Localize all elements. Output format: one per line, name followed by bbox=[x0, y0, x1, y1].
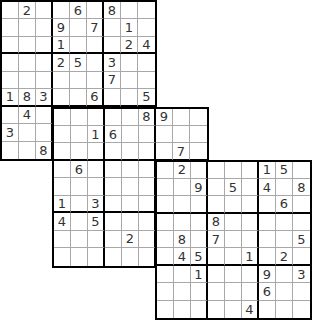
cell-middle-r1c9[interactable] bbox=[190, 109, 207, 126]
cell-middle-r3c9[interactable] bbox=[190, 143, 207, 160]
cell-bottom-right-r3c1[interactable] bbox=[157, 196, 174, 213]
cell-top-left-r6c7[interactable] bbox=[104, 89, 121, 106]
cell-bottom-right-r9c1[interactable] bbox=[157, 301, 174, 318]
cell-bottom-right-r4c6[interactable] bbox=[242, 214, 259, 231]
cell-middle-r2c4[interactable]: 6 bbox=[105, 126, 122, 143]
cell-middle-r7c2[interactable] bbox=[71, 213, 88, 230]
cell-top-left-r3c9[interactable]: 4 bbox=[138, 37, 155, 54]
cell-middle-r8c1[interactable] bbox=[54, 231, 71, 248]
cell-top-left-r7c3[interactable] bbox=[36, 107, 53, 124]
cell-bottom-right-r5c8[interactable] bbox=[276, 231, 293, 248]
cell-bottom-right-r8c4[interactable] bbox=[208, 283, 225, 300]
cell-middle-r1c8[interactable] bbox=[173, 109, 190, 126]
cell-middle-r7c3[interactable]: 5 bbox=[88, 213, 105, 230]
cell-bottom-right-r7c2[interactable] bbox=[174, 266, 191, 283]
cell-middle-r8c5[interactable]: 2 bbox=[122, 231, 139, 248]
cell-middle-r6c2[interactable] bbox=[71, 196, 88, 213]
cell-bottom-right-r6c3[interactable]: 5 bbox=[191, 248, 208, 265]
cell-middle-r5c4[interactable] bbox=[105, 178, 122, 195]
cell-middle-r8c2[interactable] bbox=[71, 231, 88, 248]
cell-top-left-r3c6[interactable] bbox=[87, 37, 104, 54]
cell-middle-r2c1[interactable] bbox=[54, 126, 71, 143]
cell-top-left-r5c2[interactable] bbox=[19, 72, 36, 89]
cell-bottom-right-r6c9[interactable] bbox=[293, 248, 310, 265]
cell-middle-r6c6[interactable] bbox=[139, 196, 156, 213]
cell-bottom-right-r7c3[interactable]: 1 bbox=[191, 266, 208, 283]
cell-bottom-right-r3c4[interactable] bbox=[208, 196, 225, 213]
cell-top-left-r2c9[interactable] bbox=[138, 19, 155, 36]
cell-bottom-right-r9c3[interactable] bbox=[191, 301, 208, 318]
cell-middle-r5c2[interactable] bbox=[71, 178, 88, 195]
cell-middle-r1c6[interactable]: 8 bbox=[139, 109, 156, 126]
cell-bottom-right-r8c5[interactable] bbox=[225, 283, 242, 300]
cell-bottom-right-r3c6[interactable] bbox=[242, 196, 259, 213]
cell-middle-r7c1[interactable]: 4 bbox=[54, 213, 71, 230]
cell-bottom-right-r3c3[interactable] bbox=[191, 196, 208, 213]
cell-top-left-r4c1[interactable] bbox=[2, 54, 19, 71]
cell-bottom-right-r8c7[interactable]: 6 bbox=[259, 283, 276, 300]
cell-top-left-r4c6[interactable] bbox=[87, 54, 104, 71]
cell-middle-r2c7[interactable] bbox=[156, 126, 173, 143]
cell-bottom-right-r2c4[interactable] bbox=[208, 179, 225, 196]
cell-top-left-r2c2[interactable] bbox=[19, 19, 36, 36]
cell-bottom-right-r2c9[interactable]: 8 bbox=[293, 179, 310, 196]
cell-middle-r2c3[interactable]: 1 bbox=[88, 126, 105, 143]
cell-top-left-r4c2[interactable] bbox=[19, 54, 36, 71]
cell-bottom-right-r4c2[interactable] bbox=[174, 214, 191, 231]
cell-middle-r6c3[interactable]: 3 bbox=[88, 196, 105, 213]
cell-bottom-right-r7c5[interactable] bbox=[225, 266, 242, 283]
cell-bottom-right-r9c5[interactable] bbox=[225, 301, 242, 318]
cell-middle-r9c3[interactable] bbox=[88, 248, 105, 265]
cell-top-left-r1c8[interactable] bbox=[121, 2, 138, 19]
cell-bottom-right-r4c9[interactable] bbox=[293, 214, 310, 231]
cell-top-left-r8c3[interactable] bbox=[36, 124, 53, 141]
cell-top-left-r1c7[interactable]: 8 bbox=[104, 2, 121, 19]
cell-top-left-r6c4[interactable] bbox=[53, 89, 70, 106]
cell-bottom-right-r5c2[interactable]: 8 bbox=[174, 231, 191, 248]
cell-top-left-r1c1[interactable] bbox=[2, 2, 19, 19]
cell-bottom-right-r3c2[interactable] bbox=[174, 196, 191, 213]
cell-top-left-r9c2[interactable] bbox=[19, 142, 36, 159]
cell-top-left-r6c6[interactable]: 6 bbox=[87, 89, 104, 106]
cell-top-left-r1c9[interactable] bbox=[138, 2, 155, 19]
cell-middle-r9c5[interactable] bbox=[122, 248, 139, 265]
cell-top-left-r4c4[interactable]: 2 bbox=[53, 54, 70, 71]
cell-middle-r6c5[interactable] bbox=[122, 196, 139, 213]
cell-bottom-right-r9c6[interactable]: 4 bbox=[242, 301, 259, 318]
cell-top-left-r2c7[interactable] bbox=[104, 19, 121, 36]
cell-top-left-r5c1[interactable] bbox=[2, 72, 19, 89]
cell-bottom-right-r9c8[interactable] bbox=[276, 301, 293, 318]
cell-top-left-r4c5[interactable]: 5 bbox=[70, 54, 87, 71]
cell-middle-r4c3[interactable] bbox=[88, 161, 105, 178]
cell-bottom-right-r8c6[interactable] bbox=[242, 283, 259, 300]
cell-top-left-r3c5[interactable] bbox=[70, 37, 87, 54]
cell-top-left-r1c3[interactable] bbox=[36, 2, 53, 19]
cell-bottom-right-r6c1[interactable] bbox=[157, 248, 174, 265]
cell-top-left-r2c8[interactable]: 1 bbox=[121, 19, 138, 36]
cell-bottom-right-r3c8[interactable]: 6 bbox=[276, 196, 293, 213]
cell-top-left-r7c2[interactable]: 4 bbox=[19, 107, 36, 124]
cell-top-left-r2c3[interactable] bbox=[36, 19, 53, 36]
cell-middle-r2c8[interactable] bbox=[173, 126, 190, 143]
cell-top-left-r2c4[interactable]: 9 bbox=[53, 19, 70, 36]
cell-bottom-right-r5c7[interactable] bbox=[259, 231, 276, 248]
cell-middle-r5c5[interactable] bbox=[122, 178, 139, 195]
cell-top-left-r8c2[interactable] bbox=[19, 124, 36, 141]
cell-bottom-right-r4c5[interactable] bbox=[225, 214, 242, 231]
cell-top-left-r6c5[interactable] bbox=[70, 89, 87, 106]
cell-top-left-r3c3[interactable] bbox=[36, 37, 53, 54]
cell-bottom-right-r5c9[interactable]: 5 bbox=[293, 231, 310, 248]
cell-bottom-right-r7c6[interactable] bbox=[242, 266, 259, 283]
cell-middle-r4c1[interactable] bbox=[54, 161, 71, 178]
cell-middle-r5c6[interactable] bbox=[139, 178, 156, 195]
cell-bottom-right-r2c7[interactable]: 4 bbox=[259, 179, 276, 196]
cell-bottom-right-r8c9[interactable] bbox=[293, 283, 310, 300]
cell-middle-r8c4[interactable] bbox=[105, 231, 122, 248]
cell-middle-r1c1[interactable] bbox=[54, 109, 71, 126]
cell-middle-r7c4[interactable] bbox=[105, 213, 122, 230]
cell-top-left-r1c5[interactable]: 6 bbox=[70, 2, 87, 19]
cell-bottom-right-r1c7[interactable]: 1 bbox=[259, 162, 276, 179]
cell-bottom-right-r6c4[interactable] bbox=[208, 248, 225, 265]
cell-bottom-right-r7c1[interactable] bbox=[157, 266, 174, 283]
cell-top-left-r6c3[interactable]: 3 bbox=[36, 89, 53, 106]
cell-bottom-right-r4c7[interactable] bbox=[259, 214, 276, 231]
cell-middle-r9c2[interactable] bbox=[71, 248, 88, 265]
cell-middle-r1c5[interactable] bbox=[122, 109, 139, 126]
cell-bottom-right-r7c8[interactable] bbox=[276, 266, 293, 283]
cell-middle-r4c4[interactable] bbox=[105, 161, 122, 178]
cell-top-left-r1c6[interactable] bbox=[87, 2, 104, 19]
cell-middle-r4c6[interactable] bbox=[139, 161, 156, 178]
cell-middle-r1c4[interactable] bbox=[105, 109, 122, 126]
cell-bottom-right-r1c3[interactable] bbox=[191, 162, 208, 179]
cell-middle-r6c4[interactable] bbox=[105, 196, 122, 213]
cell-top-left-r4c8[interactable] bbox=[121, 54, 138, 71]
cell-top-left-r5c5[interactable] bbox=[70, 72, 87, 89]
cell-middle-r8c6[interactable] bbox=[139, 231, 156, 248]
cell-top-left-r9c3[interactable]: 8 bbox=[36, 142, 53, 159]
cell-middle-r2c2[interactable] bbox=[71, 126, 88, 143]
cell-middle-r2c6[interactable] bbox=[139, 126, 156, 143]
cell-bottom-right-r5c3[interactable] bbox=[191, 231, 208, 248]
cell-middle-r2c9[interactable] bbox=[190, 126, 207, 143]
cell-middle-r3c6[interactable] bbox=[139, 143, 156, 160]
cell-top-left-r6c8[interactable] bbox=[121, 89, 138, 106]
sudoku-grid-bottom-right: 215954868875451219364 bbox=[155, 160, 312, 320]
cell-top-left-r6c9[interactable]: 5 bbox=[138, 89, 155, 106]
cell-bottom-right-r9c2[interactable] bbox=[174, 301, 191, 318]
cell-bottom-right-r2c3[interactable]: 9 bbox=[191, 179, 208, 196]
cell-middle-r9c4[interactable] bbox=[105, 248, 122, 265]
cell-top-left-r5c9[interactable] bbox=[138, 72, 155, 89]
cell-bottom-right-r7c7[interactable]: 9 bbox=[259, 266, 276, 283]
cell-bottom-right-r1c8[interactable]: 5 bbox=[276, 162, 293, 179]
cell-top-left-r6c1[interactable]: 1 bbox=[2, 89, 19, 106]
cell-bottom-right-r3c5[interactable] bbox=[225, 196, 242, 213]
cell-bottom-right-r9c7[interactable] bbox=[259, 301, 276, 318]
cell-bottom-right-r1c1[interactable] bbox=[157, 162, 174, 179]
cell-top-left-r2c5[interactable] bbox=[70, 19, 87, 36]
cell-bottom-right-r5c5[interactable] bbox=[225, 231, 242, 248]
cell-top-left-r1c2[interactable]: 2 bbox=[19, 2, 36, 19]
cell-middle-r3c2[interactable] bbox=[71, 143, 88, 160]
cell-middle-r3c3[interactable] bbox=[88, 143, 105, 160]
cell-bottom-right-r2c6[interactable] bbox=[242, 179, 259, 196]
cell-bottom-right-r2c8[interactable] bbox=[276, 179, 293, 196]
cell-middle-r5c3[interactable] bbox=[88, 178, 105, 195]
cell-middle-r9c6[interactable] bbox=[139, 248, 156, 265]
cell-bottom-right-r6c6[interactable]: 1 bbox=[242, 248, 259, 265]
cell-bottom-right-r1c4[interactable] bbox=[208, 162, 225, 179]
cell-bottom-right-r4c4[interactable]: 8 bbox=[208, 214, 225, 231]
cell-bottom-right-r6c7[interactable] bbox=[259, 248, 276, 265]
cell-middle-r1c3[interactable] bbox=[88, 109, 105, 126]
cell-bottom-right-r1c2[interactable]: 2 bbox=[174, 162, 191, 179]
cell-top-left-r5c7[interactable]: 7 bbox=[104, 72, 121, 89]
cell-top-left-r4c9[interactable] bbox=[138, 54, 155, 71]
cell-top-left-r3c4[interactable]: 1 bbox=[53, 37, 70, 54]
cell-bottom-right-r5c4[interactable]: 7 bbox=[208, 231, 225, 248]
cell-middle-r1c7[interactable]: 9 bbox=[156, 109, 173, 126]
cell-middle-r4c2[interactable]: 6 bbox=[71, 161, 88, 178]
cell-bottom-right-r6c5[interactable] bbox=[225, 248, 242, 265]
cell-bottom-right-r2c1[interactable] bbox=[157, 179, 174, 196]
cell-middle-r9c1[interactable] bbox=[54, 248, 71, 265]
cell-bottom-right-r8c1[interactable] bbox=[157, 283, 174, 300]
cell-middle-r4c5[interactable] bbox=[122, 161, 139, 178]
cell-bottom-right-r5c6[interactable] bbox=[242, 231, 259, 248]
cell-middle-r3c7[interactable] bbox=[156, 143, 173, 160]
cell-middle-r5c1[interactable] bbox=[54, 178, 71, 195]
cell-bottom-right-r1c9[interactable] bbox=[293, 162, 310, 179]
cell-top-left-r5c6[interactable] bbox=[87, 72, 104, 89]
cell-top-left-r2c1[interactable] bbox=[2, 19, 19, 36]
cell-bottom-right-r4c8[interactable] bbox=[276, 214, 293, 231]
cell-bottom-right-r9c9[interactable] bbox=[293, 301, 310, 318]
cell-top-left-r3c7[interactable] bbox=[104, 37, 121, 54]
cell-middle-r8c3[interactable] bbox=[88, 231, 105, 248]
cell-bottom-right-r2c5[interactable]: 5 bbox=[225, 179, 242, 196]
cell-bottom-right-r8c2[interactable] bbox=[174, 283, 191, 300]
cell-middle-r3c5[interactable] bbox=[122, 143, 139, 160]
cell-middle-r3c4[interactable] bbox=[105, 143, 122, 160]
cell-middle-r7c5[interactable] bbox=[122, 213, 139, 230]
cell-bottom-right-r3c7[interactable] bbox=[259, 196, 276, 213]
cell-bottom-right-r1c5[interactable] bbox=[225, 162, 242, 179]
cell-top-left-r3c8[interactable]: 2 bbox=[121, 37, 138, 54]
cell-bottom-right-r4c3[interactable] bbox=[191, 214, 208, 231]
cell-middle-r3c8[interactable]: 7 bbox=[173, 143, 190, 160]
cell-top-left-r3c2[interactable] bbox=[19, 37, 36, 54]
cell-middle-r7c6[interactable] bbox=[139, 213, 156, 230]
cell-bottom-right-r4c1[interactable] bbox=[157, 214, 174, 231]
cell-top-left-r6c2[interactable]: 8 bbox=[19, 89, 36, 106]
cell-bottom-right-r7c9[interactable]: 3 bbox=[293, 266, 310, 283]
cell-top-left-r9c1[interactable] bbox=[2, 142, 19, 159]
cell-bottom-right-r6c2[interactable]: 4 bbox=[174, 248, 191, 265]
cell-bottom-right-r5c1[interactable] bbox=[157, 231, 174, 248]
cell-bottom-right-r6c8[interactable]: 2 bbox=[276, 248, 293, 265]
cell-top-left-r8c1[interactable]: 3 bbox=[2, 124, 19, 141]
cell-top-left-r2c6[interactable]: 7 bbox=[87, 19, 104, 36]
cell-middle-r1c2[interactable] bbox=[71, 109, 88, 126]
cell-middle-r3c1[interactable] bbox=[54, 143, 71, 160]
cell-top-left-r3c1[interactable] bbox=[2, 37, 19, 54]
cell-bottom-right-r9c4[interactable] bbox=[208, 301, 225, 318]
cell-bottom-right-r7c4[interactable] bbox=[208, 266, 225, 283]
cell-bottom-right-r8c8[interactable] bbox=[276, 283, 293, 300]
cell-bottom-right-r1c6[interactable] bbox=[242, 162, 259, 179]
cell-bottom-right-r8c3[interactable] bbox=[191, 283, 208, 300]
puzzle-page: 268971124253718365483168 891676291345284… bbox=[0, 0, 312, 320]
cell-middle-r6c1[interactable]: 1 bbox=[54, 196, 71, 213]
cell-top-left-r7c1[interactable] bbox=[2, 107, 19, 124]
cell-top-left-r5c8[interactable] bbox=[121, 72, 138, 89]
cell-top-left-r5c4[interactable] bbox=[53, 72, 70, 89]
cell-bottom-right-r3c9[interactable] bbox=[293, 196, 310, 213]
cell-top-left-r5c3[interactable] bbox=[36, 72, 53, 89]
cell-top-left-r4c7[interactable]: 3 bbox=[104, 54, 121, 71]
cell-top-left-r1c4[interactable] bbox=[53, 2, 70, 19]
cell-top-left-r4c3[interactable] bbox=[36, 54, 53, 71]
cell-bottom-right-r2c2[interactable] bbox=[174, 179, 191, 196]
cell-middle-r2c5[interactable] bbox=[122, 126, 139, 143]
